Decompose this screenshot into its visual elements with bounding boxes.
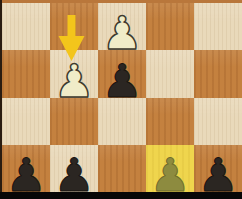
square-r3-c4[interactable] [146, 98, 194, 145]
black-pawn[interactable]: ♟ [53, 152, 94, 192]
black-pawn-on-highlight[interactable]: ♟ [149, 152, 190, 192]
square-r1-c3[interactable]: ♟ [98, 3, 146, 50]
square-r1-c2[interactable] [50, 3, 98, 50]
square-r4-c2[interactable]: ♟ [50, 145, 98, 192]
square-r4-c4-highlighted[interactable]: ♟ [146, 145, 194, 192]
square-r1-c1[interactable] [2, 3, 50, 50]
white-pawn[interactable]: ♟ [53, 58, 94, 98]
board-bottom-border [0, 192, 242, 199]
square-r3-c2[interactable] [50, 98, 98, 145]
board-left-border [0, 0, 2, 192]
square-r3-c3[interactable] [98, 98, 146, 145]
black-pawn[interactable]: ♟ [5, 152, 46, 192]
white-pawn[interactable]: ♟ [101, 10, 142, 50]
chess-board-screenshot: ♟♟♟♟♟♟♟ [0, 0, 242, 199]
square-r1-c4[interactable] [146, 3, 194, 50]
board-top-edge [0, 0, 242, 3]
square-r2-c5[interactable] [194, 50, 242, 97]
square-r3-c5[interactable] [194, 98, 242, 145]
square-r2-c4[interactable] [146, 50, 194, 97]
square-r2-c2[interactable]: ♟ [50, 50, 98, 97]
square-r4-c5[interactable]: ♟ [194, 145, 242, 192]
square-r1-c5[interactable] [194, 3, 242, 50]
board: ♟♟♟♟♟♟♟ [2, 3, 242, 192]
square-r4-c1[interactable]: ♟ [2, 145, 50, 192]
black-pawn[interactable]: ♟ [197, 152, 238, 192]
square-r4-c3[interactable] [98, 145, 146, 192]
square-r3-c1[interactable] [2, 98, 50, 145]
square-r2-c1[interactable] [2, 50, 50, 97]
square-r2-c3[interactable]: ♟ [98, 50, 146, 97]
black-pawn[interactable]: ♟ [101, 58, 142, 98]
